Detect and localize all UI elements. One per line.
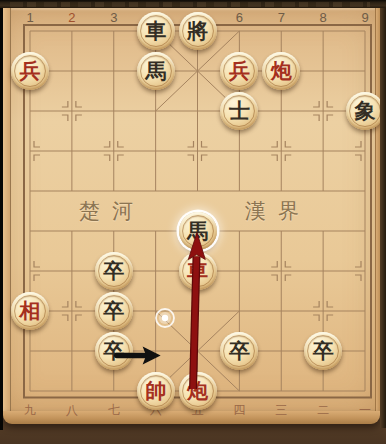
piece-black-車[interactable]: 車: [137, 12, 175, 50]
piece-red-相[interactable]: 相: [11, 292, 49, 330]
toolbar-fragments: [10, 2, 370, 7]
piece-glyph: 士: [229, 100, 250, 121]
piece-glyph: 卒: [103, 300, 124, 321]
piece-red-炮[interactable]: 炮: [179, 372, 217, 410]
piece-black-卒[interactable]: 卒: [95, 292, 133, 330]
piece-glyph: 象: [355, 100, 376, 121]
app-window: 123456789 九八七六五四三二一 楚河 漢界 車將兵馬兵炮士象馬卒車相卒卒…: [0, 0, 386, 444]
bottom-file-label: 九: [24, 402, 36, 419]
piece-black-卒[interactable]: 卒: [304, 332, 342, 370]
piece-glyph: 相: [20, 300, 41, 321]
bottom-file-label: 四: [233, 402, 245, 419]
piece-glyph: 卒: [313, 340, 334, 361]
bottom-file-label: 二: [317, 402, 329, 419]
window-left-edge: [0, 0, 3, 430]
piece-red-車[interactable]: 車: [179, 252, 217, 290]
piece-glyph: 車: [187, 260, 208, 281]
piece-glyph: 卒: [229, 340, 250, 361]
piece-glyph: 帥: [145, 380, 166, 401]
piece-red-炮[interactable]: 炮: [262, 52, 300, 90]
piece-glyph: 兵: [20, 60, 41, 81]
piece-black-卒[interactable]: 卒: [95, 332, 133, 370]
piece-glyph: 將: [187, 20, 208, 41]
piece-glyph: 車: [145, 20, 166, 41]
piece-glyph: 兵: [229, 60, 250, 81]
top-file-label: 7: [278, 10, 285, 25]
bottom-file-label: 一: [359, 402, 371, 419]
top-file-label: 8: [320, 10, 327, 25]
piece-glyph: 馬: [187, 220, 208, 241]
board-bevel-left: [3, 8, 11, 413]
top-file-label: 3: [110, 10, 117, 25]
river-label-left: 楚河: [79, 197, 145, 225]
piece-black-馬[interactable]: 馬: [137, 52, 175, 90]
top-file-label: 9: [361, 10, 368, 25]
piece-glyph: 卒: [103, 340, 124, 361]
piece-red-帥[interactable]: 帥: [137, 372, 175, 410]
bottom-file-label: 七: [108, 402, 120, 419]
bottom-file-label: 三: [275, 402, 287, 419]
piece-black-象[interactable]: 象: [346, 92, 384, 130]
top-file-label: 6: [236, 10, 243, 25]
top-file-label: 1: [26, 10, 33, 25]
piece-glyph: 馬: [145, 60, 166, 81]
top-toolbar-cutoff: [0, 0, 386, 8]
window-right-edge: [380, 8, 386, 428]
piece-black-馬[interactable]: 馬: [179, 212, 217, 250]
piece-glyph: 卒: [103, 260, 124, 281]
piece-black-卒[interactable]: 卒: [95, 252, 133, 290]
piece-glyph: 炮: [187, 380, 208, 401]
piece-red-兵[interactable]: 兵: [11, 52, 49, 90]
piece-black-將[interactable]: 將: [179, 12, 217, 50]
bottom-file-label: 八: [66, 402, 78, 419]
top-file-label: 2: [68, 10, 75, 25]
piece-glyph: 炮: [271, 60, 292, 81]
river-label-right: 漢界: [245, 197, 311, 225]
